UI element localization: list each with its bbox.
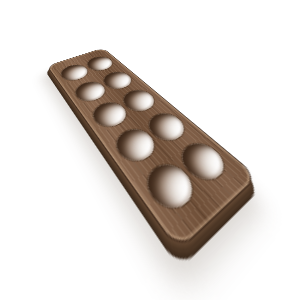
pit-r1-c2[interactable] [83, 55, 116, 74]
pit-grid [48, 48, 257, 249]
product-photo-scene [0, 0, 300, 300]
mancala-board [48, 48, 257, 249]
